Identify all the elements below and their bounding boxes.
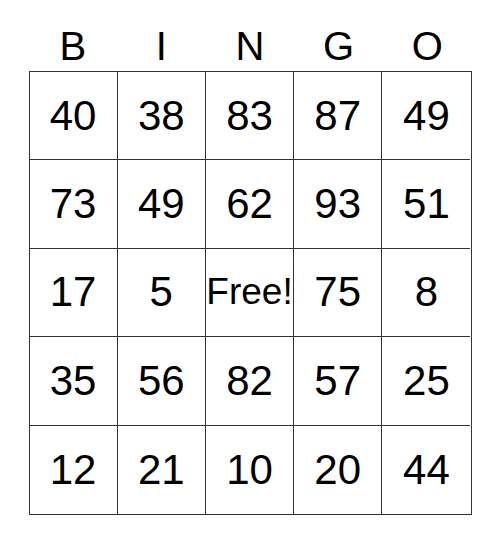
cell-b3[interactable]: 17	[30, 249, 118, 337]
cell-b5[interactable]: 12	[30, 426, 118, 514]
column-letter-n: N	[206, 0, 295, 71]
cell-b2[interactable]: 73	[30, 160, 118, 248]
cell-g5[interactable]: 20	[294, 426, 382, 514]
bingo-grid: 40388387497349629351175Free!758355682572…	[29, 71, 472, 515]
cell-b1[interactable]: 40	[30, 72, 118, 160]
cell-i5[interactable]: 21	[118, 426, 206, 514]
cell-o2[interactable]: 51	[382, 160, 470, 248]
cell-g2[interactable]: 93	[294, 160, 382, 248]
cell-o5[interactable]: 44	[382, 426, 470, 514]
cell-i1[interactable]: 38	[118, 72, 206, 160]
cell-n2[interactable]: 62	[206, 160, 294, 248]
free-space-cell[interactable]: Free!	[206, 249, 294, 337]
cell-i2[interactable]: 49	[118, 160, 206, 248]
cell-n4[interactable]: 82	[206, 337, 294, 425]
bingo-header-row: BINGO	[29, 0, 472, 71]
column-letter-o: O	[383, 0, 472, 71]
cell-o3[interactable]: 8	[382, 249, 470, 337]
column-letter-g: G	[294, 0, 383, 71]
cell-n1[interactable]: 83	[206, 72, 294, 160]
cell-i3[interactable]: 5	[118, 249, 206, 337]
bingo-card: BINGO 40388387497349629351175Free!758355…	[29, 0, 472, 515]
cell-i4[interactable]: 56	[118, 337, 206, 425]
cell-n5[interactable]: 10	[206, 426, 294, 514]
cell-b4[interactable]: 35	[30, 337, 118, 425]
column-letter-i: I	[117, 0, 206, 71]
cell-g4[interactable]: 57	[294, 337, 382, 425]
cell-g1[interactable]: 87	[294, 72, 382, 160]
cell-o1[interactable]: 49	[382, 72, 470, 160]
cell-o4[interactable]: 25	[382, 337, 470, 425]
cell-g3[interactable]: 75	[294, 249, 382, 337]
column-letter-b: B	[29, 0, 118, 71]
